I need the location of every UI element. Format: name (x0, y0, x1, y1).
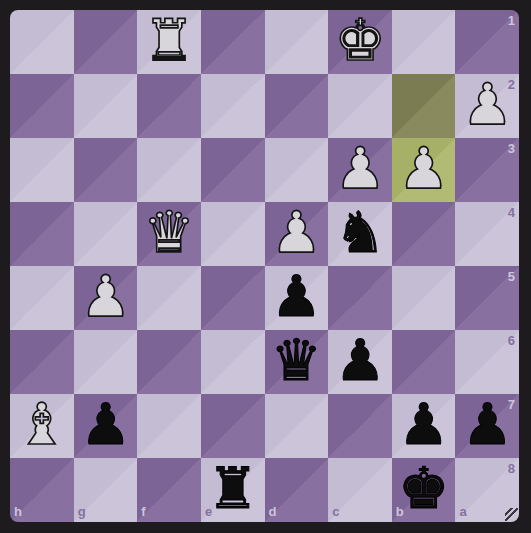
square-e8[interactable]: ♜e (201, 458, 265, 522)
square-b4[interactable] (392, 202, 456, 266)
rank-label-3: 3 (508, 141, 515, 156)
square-f1[interactable]: ♜ (137, 10, 201, 74)
square-b1[interactable] (392, 10, 456, 74)
square-h8[interactable]: h (10, 458, 74, 522)
square-c8[interactable]: c (328, 458, 392, 522)
rank-label-4: 4 (508, 205, 515, 220)
square-g3[interactable] (74, 138, 138, 202)
square-b2[interactable] (392, 74, 456, 138)
square-g5[interactable]: ♟ (74, 266, 138, 330)
square-h7[interactable]: ♝ (10, 394, 74, 458)
white-bishop-piece[interactable]: ♝ (10, 392, 74, 456)
white-rook-piece[interactable]: ♜ (137, 10, 201, 72)
square-g1[interactable] (74, 10, 138, 74)
square-a3[interactable]: 3 (455, 138, 519, 202)
square-h6[interactable] (10, 330, 74, 394)
square-a1[interactable]: 1 (455, 10, 519, 74)
square-f8[interactable]: f (137, 458, 201, 522)
square-d3[interactable] (265, 138, 329, 202)
white-pawn-piece[interactable]: ♟ (265, 200, 329, 264)
square-h2[interactable] (10, 74, 74, 138)
square-e5[interactable] (201, 266, 265, 330)
square-b5[interactable] (392, 266, 456, 330)
square-e3[interactable] (201, 138, 265, 202)
file-label-a: a (459, 504, 466, 519)
square-f7[interactable] (137, 394, 201, 458)
square-h4[interactable] (10, 202, 74, 266)
square-d8[interactable]: d (265, 458, 329, 522)
file-label-d: d (269, 504, 277, 519)
square-c7[interactable] (328, 394, 392, 458)
square-f6[interactable] (137, 330, 201, 394)
rank-label-7: 7 (508, 397, 515, 412)
black-pawn-piece[interactable]: ♟ (74, 392, 138, 456)
rank-label-1: 1 (508, 13, 515, 28)
square-e4[interactable] (201, 202, 265, 266)
black-queen-piece[interactable]: ♛ (265, 328, 329, 392)
resize-handle-icon[interactable] (505, 508, 518, 521)
chess-board: ♜♚1♟2♟♟3♛♟♞4♟♟5♛♟6♝♟♟♟7hgf♜edc♚ba8 (10, 10, 519, 522)
square-b3[interactable]: ♟ (392, 138, 456, 202)
white-pawn-piece[interactable]: ♟ (74, 264, 138, 328)
square-h1[interactable] (10, 10, 74, 74)
rank-label-6: 6 (508, 333, 515, 348)
square-d2[interactable] (265, 74, 329, 138)
black-pawn-piece[interactable]: ♟ (328, 328, 392, 392)
file-label-g: g (78, 504, 86, 519)
square-c5[interactable] (328, 266, 392, 330)
square-a6[interactable]: 6 (455, 330, 519, 394)
file-label-f: f (141, 504, 145, 519)
square-c3[interactable]: ♟ (328, 138, 392, 202)
rank-label-8: 8 (508, 461, 515, 476)
file-label-h: h (14, 504, 22, 519)
square-a5[interactable]: 5 (455, 266, 519, 330)
square-a7[interactable]: ♟7 (455, 394, 519, 458)
square-d4[interactable]: ♟ (265, 202, 329, 266)
white-pawn-piece[interactable]: ♟ (328, 136, 392, 200)
square-f2[interactable] (137, 74, 201, 138)
square-g2[interactable] (74, 74, 138, 138)
square-f4[interactable]: ♛ (137, 202, 201, 266)
file-label-e: e (205, 504, 212, 519)
square-b8[interactable]: ♚b (392, 458, 456, 522)
square-d7[interactable] (265, 394, 329, 458)
square-e1[interactable] (201, 10, 265, 74)
square-d6[interactable]: ♛ (265, 330, 329, 394)
rank-label-5: 5 (508, 269, 515, 284)
black-pawn-piece[interactable]: ♟ (265, 264, 329, 328)
white-king-piece[interactable]: ♚ (328, 10, 392, 72)
square-e6[interactable] (201, 330, 265, 394)
square-g8[interactable]: g (74, 458, 138, 522)
chess-app-background: ♜♚1♟2♟♟3♛♟♞4♟♟5♛♟6♝♟♟♟7hgf♜edc♚ba8 (0, 0, 531, 533)
square-g4[interactable] (74, 202, 138, 266)
white-queen-piece[interactable]: ♛ (137, 200, 201, 264)
square-g6[interactable] (74, 330, 138, 394)
square-a4[interactable]: 4 (455, 202, 519, 266)
square-e7[interactable] (201, 394, 265, 458)
square-c6[interactable]: ♟ (328, 330, 392, 394)
file-label-c: c (332, 504, 339, 519)
square-h5[interactable] (10, 266, 74, 330)
square-b7[interactable]: ♟ (392, 394, 456, 458)
black-knight-piece[interactable]: ♞ (328, 200, 392, 264)
square-b6[interactable] (392, 330, 456, 394)
square-a2[interactable]: ♟2 (455, 74, 519, 138)
square-d1[interactable] (265, 10, 329, 74)
white-pawn-piece[interactable]: ♟ (392, 136, 456, 200)
square-g7[interactable]: ♟ (74, 394, 138, 458)
square-c2[interactable] (328, 74, 392, 138)
square-c4[interactable]: ♞ (328, 202, 392, 266)
square-f5[interactable] (137, 266, 201, 330)
square-h3[interactable] (10, 138, 74, 202)
square-f3[interactable] (137, 138, 201, 202)
square-d5[interactable]: ♟ (265, 266, 329, 330)
rank-label-2: 2 (508, 77, 515, 92)
black-pawn-piece[interactable]: ♟ (392, 392, 456, 456)
square-a8[interactable]: a8 (455, 458, 519, 522)
file-label-b: b (396, 504, 404, 519)
square-e2[interactable] (201, 74, 265, 138)
square-c1[interactable]: ♚ (328, 10, 392, 74)
